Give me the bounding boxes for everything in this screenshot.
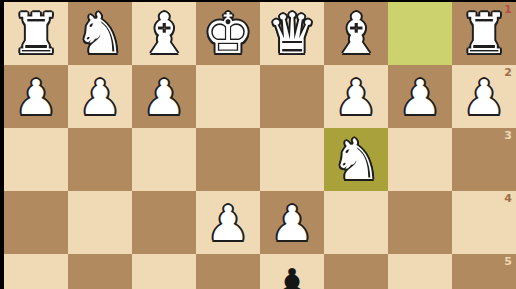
rank-label-1: 1 (504, 4, 512, 15)
square-e5[interactable] (196, 254, 260, 289)
white-pawn: ♟ (4, 65, 68, 128)
square-g1[interactable]: ♞ (68, 2, 132, 65)
square-g5[interactable] (68, 254, 132, 289)
square-b4[interactable] (388, 191, 452, 254)
rank-label-5: 5 (504, 256, 512, 267)
square-c4[interactable] (324, 191, 388, 254)
square-b3[interactable] (388, 128, 452, 191)
white-pawn: ♟ (196, 191, 260, 254)
white-queen: ♛ (260, 2, 324, 65)
square-e2[interactable] (196, 65, 260, 128)
square-h4[interactable] (4, 191, 68, 254)
black-pawn: ♟ (260, 254, 324, 289)
square-b1[interactable] (388, 2, 452, 65)
square-e3[interactable] (196, 128, 260, 191)
white-pawn: ♟ (68, 65, 132, 128)
square-c2[interactable]: ♟ (324, 65, 388, 128)
square-c5[interactable] (324, 254, 388, 289)
square-a1[interactable]: ♜1 (452, 2, 516, 65)
rank-label-4: 4 (504, 193, 512, 204)
white-knight: ♞ (324, 128, 388, 191)
square-h2[interactable]: ♟ (4, 65, 68, 128)
white-king: ♚ (196, 2, 260, 65)
square-g4[interactable] (68, 191, 132, 254)
square-a5[interactable]: 5 (452, 254, 516, 289)
square-h1[interactable]: ♜ (4, 2, 68, 65)
square-g2[interactable]: ♟ (68, 65, 132, 128)
chess-video-frame: ♜♞♝♚♛♝♜1♟♟♟♟♟♟2♞3♟♟4♟5 (0, 0, 516, 289)
square-b2[interactable]: ♟ (388, 65, 452, 128)
square-b5[interactable] (388, 254, 452, 289)
white-knight: ♞ (68, 2, 132, 65)
square-d1[interactable]: ♛ (260, 2, 324, 65)
square-c3[interactable]: ♞ (324, 128, 388, 191)
square-d2[interactable] (260, 65, 324, 128)
rank-label-3: 3 (504, 130, 512, 141)
square-e1[interactable]: ♚ (196, 2, 260, 65)
white-pawn: ♟ (388, 65, 452, 128)
white-bishop: ♝ (324, 2, 388, 65)
white-pawn: ♟ (260, 191, 324, 254)
white-rook: ♜ (452, 2, 516, 65)
square-f2[interactable]: ♟ (132, 65, 196, 128)
square-f3[interactable] (132, 128, 196, 191)
square-d3[interactable] (260, 128, 324, 191)
square-f4[interactable] (132, 191, 196, 254)
square-e4[interactable]: ♟ (196, 191, 260, 254)
white-bishop: ♝ (132, 2, 196, 65)
white-rook: ♜ (4, 2, 68, 65)
square-a3[interactable]: 3 (452, 128, 516, 191)
chess-board: ♜♞♝♚♛♝♜1♟♟♟♟♟♟2♞3♟♟4♟5 (4, 2, 516, 289)
square-g3[interactable] (68, 128, 132, 191)
square-h5[interactable] (4, 254, 68, 289)
square-a2[interactable]: ♟2 (452, 65, 516, 128)
square-h3[interactable] (4, 128, 68, 191)
square-d4[interactable]: ♟ (260, 191, 324, 254)
square-d5[interactable]: ♟ (260, 254, 324, 289)
square-a4[interactable]: 4 (452, 191, 516, 254)
square-f5[interactable] (132, 254, 196, 289)
white-pawn: ♟ (452, 65, 516, 128)
white-pawn: ♟ (132, 65, 196, 128)
white-pawn: ♟ (324, 65, 388, 128)
square-c1[interactable]: ♝ (324, 2, 388, 65)
rank-label-2: 2 (504, 67, 512, 78)
square-f1[interactable]: ♝ (132, 2, 196, 65)
